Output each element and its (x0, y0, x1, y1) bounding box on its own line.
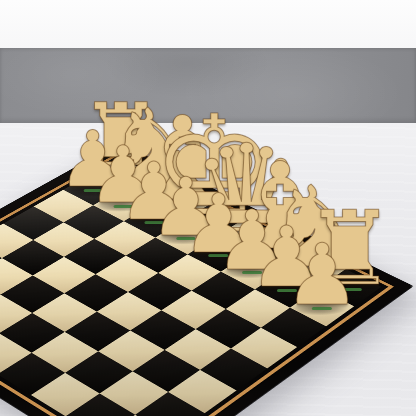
chess-set-photo-scene: ♜♟♞♟♝♟♚♟♛♟♝♟♞♟♜♟ (0, 0, 416, 416)
chess-board (0, 143, 412, 416)
board-grid (0, 158, 381, 416)
board-perspective-wrapper (0, 0, 416, 416)
